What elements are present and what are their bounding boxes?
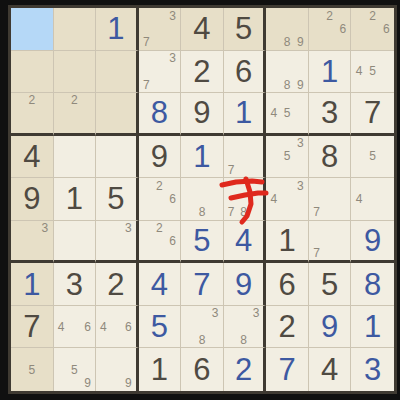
pencil-mark: 4 <box>267 107 280 120</box>
cell-r6c6[interactable]: 6 <box>266 263 309 306</box>
pencil-mark: 2 <box>68 94 81 107</box>
pencil-marks: 34 <box>267 179 307 219</box>
cell-r2c4[interactable]: 9 <box>181 93 224 136</box>
cell-r4c1[interactable]: 1 <box>54 178 97 221</box>
given-digit: 9 <box>151 141 168 172</box>
cell-r4c8[interactable]: 4 <box>351 178 394 221</box>
pencil-mark: 3 <box>166 52 179 65</box>
cell-r5c6[interactable]: 1 <box>266 221 309 264</box>
pencil-mark: 2 <box>366 9 380 22</box>
cell-r3c3[interactable]: 9 <box>139 136 182 179</box>
given-digit: 5 <box>107 183 124 214</box>
cell-r7c2[interactable]: 46 <box>96 306 139 349</box>
pencil-mark: 7 <box>140 78 153 91</box>
pencil-mark: 2 <box>153 179 166 192</box>
pencil-marks: 26 <box>310 9 350 49</box>
given-digit: 2 <box>107 269 124 300</box>
cell-r6c2[interactable]: 2 <box>96 263 139 306</box>
pencil-mark: 6 <box>81 320 94 333</box>
pencil-mark: 4 <box>352 192 366 205</box>
user-digit: 4 <box>235 225 252 256</box>
cell-r2c8[interactable]: 7 <box>351 93 394 136</box>
pencil-marks: 26 <box>352 9 393 49</box>
cell-r4c2[interactable]: 5 <box>96 178 139 221</box>
cell-r8c8[interactable]: 3 <box>351 348 394 391</box>
cell-r1c1[interactable] <box>54 51 97 94</box>
user-digit: 8 <box>364 269 381 300</box>
cell-r3c4[interactable]: 1 <box>181 136 224 179</box>
user-digit: 1 <box>364 311 381 342</box>
cell-r6c0[interactable]: 1 <box>11 263 54 306</box>
cell-r8c5[interactable]: 2 <box>224 348 267 391</box>
pencil-mark: 3 <box>294 137 307 150</box>
cell-r2c1[interactable]: 2 <box>54 93 97 136</box>
cell-r7c4[interactable]: 38 <box>181 306 224 349</box>
user-digit: 5 <box>193 225 210 256</box>
pencil-marks: 26 <box>140 179 180 219</box>
pencil-mark: 8 <box>281 35 294 48</box>
cell-r7c6[interactable]: 2 <box>266 306 309 349</box>
pencil-mark: 3 <box>166 9 179 22</box>
cell-r8c2[interactable]: 9 <box>96 348 139 391</box>
pencil-mark: 6 <box>166 234 179 247</box>
user-digit: 1 <box>321 56 338 87</box>
pencil-marks: 8 <box>182 179 222 219</box>
given-digit: 3 <box>321 97 338 128</box>
pencil-mark: 5 <box>281 107 294 120</box>
cell-r3c5[interactable]: 7 <box>224 136 267 179</box>
cell-r6c5[interactable]: 9 <box>224 263 267 306</box>
user-digit: 5 <box>151 311 168 342</box>
pencil-mark: 4 <box>97 320 110 333</box>
user-digit: 1 <box>193 141 210 172</box>
pencil-marks: 38 <box>182 307 222 347</box>
pencil-mark: 7 <box>225 163 238 176</box>
cell-r7c3[interactable]: 5 <box>139 306 182 349</box>
sudoku-board: 1374589262637268914522891453749173585915… <box>8 5 397 394</box>
pencil-mark: 8 <box>237 333 250 346</box>
pencil-mark: 8 <box>237 206 250 219</box>
pencil-marks: 59 <box>55 349 95 390</box>
pencil-mark: 9 <box>294 78 307 91</box>
pencil-marks: 3 <box>12 222 52 260</box>
cell-r7c1[interactable]: 46 <box>54 306 97 349</box>
cell-r6c4[interactable]: 7 <box>181 263 224 306</box>
cell-r4c5[interactable]: 78 <box>224 178 267 221</box>
cell-r3c1[interactable] <box>54 136 97 179</box>
cell-r0c0[interactable] <box>11 8 54 51</box>
pencil-marks: 2 <box>12 94 52 132</box>
cell-r8c0[interactable]: 5 <box>11 348 54 391</box>
cell-r0c1[interactable] <box>54 8 97 51</box>
cell-r3c0[interactable]: 4 <box>11 136 54 179</box>
given-digit: 1 <box>151 354 168 385</box>
pencil-marks: 5 <box>352 137 393 177</box>
cell-r3c2[interactable] <box>96 136 139 179</box>
pencil-mark: 7 <box>310 206 323 219</box>
pencil-marks: 3 <box>97 222 135 260</box>
user-digit: 9 <box>364 225 381 256</box>
given-digit: 4 <box>193 13 210 44</box>
given-digit: 6 <box>278 269 295 300</box>
cell-r2c0[interactable]: 2 <box>11 93 54 136</box>
pencil-mark: 3 <box>38 222 51 235</box>
cell-r5c5[interactable]: 4 <box>224 221 267 264</box>
user-digit: 9 <box>235 269 252 300</box>
pencil-marks: 7 <box>310 222 350 260</box>
pencil-mark: 8 <box>195 333 208 346</box>
given-digit: 1 <box>66 183 83 214</box>
given-digit: 1 <box>278 225 295 256</box>
cell-r4c4[interactable]: 8 <box>181 178 224 221</box>
given-digit: 4 <box>321 354 338 385</box>
cell-r4c6[interactable]: 34 <box>266 178 309 221</box>
cell-r8c6[interactable]: 7 <box>266 348 309 391</box>
cell-r2c3[interactable]: 8 <box>139 93 182 136</box>
pencil-marks: 38 <box>225 307 263 347</box>
pencil-marks: 89 <box>267 9 307 49</box>
cell-r0c3[interactable]: 37 <box>139 8 182 51</box>
user-digit: 1 <box>107 13 124 44</box>
pencil-marks: 37 <box>140 52 180 92</box>
cell-r7c0[interactable]: 7 <box>11 306 54 349</box>
cell-r3c8[interactable]: 5 <box>351 136 394 179</box>
pencil-marks: 2 <box>55 94 95 132</box>
cell-r7c8[interactable]: 1 <box>351 306 394 349</box>
pencil-mark: 6 <box>379 22 393 35</box>
cell-r1c0[interactable] <box>11 51 54 94</box>
pencil-marks: 89 <box>267 52 307 92</box>
given-digit: 9 <box>193 97 210 128</box>
pencil-mark: 9 <box>122 376 135 390</box>
pencil-mark: 9 <box>294 35 307 48</box>
cell-r6c7[interactable]: 5 <box>309 263 352 306</box>
given-digit: 5 <box>321 269 338 300</box>
given-digit: 7 <box>364 97 381 128</box>
pencil-marks: 37 <box>140 9 180 49</box>
cell-r6c8[interactable]: 8 <box>351 263 394 306</box>
pencil-marks: 26 <box>140 222 180 260</box>
pencil-mark: 3 <box>250 307 263 320</box>
cell-r8c4[interactable]: 6 <box>181 348 224 391</box>
pencil-mark: 5 <box>68 363 81 377</box>
cell-r5c7[interactable]: 7 <box>309 221 352 264</box>
cell-r2c6[interactable]: 45 <box>266 93 309 136</box>
cell-r1c7[interactable]: 1 <box>309 51 352 94</box>
cell-r2c2[interactable] <box>96 93 139 136</box>
given-digit: 9 <box>23 183 40 214</box>
pencil-mark: 2 <box>153 222 166 235</box>
pencil-marks: 7 <box>310 179 350 219</box>
pencil-marks: 35 <box>267 137 307 177</box>
cell-r0c8[interactable]: 26 <box>351 8 394 51</box>
pencil-marks: 45 <box>267 94 307 132</box>
cell-r0c2[interactable]: 1 <box>96 8 139 51</box>
cell-r5c4[interactable]: 5 <box>181 221 224 264</box>
pencil-mark: 8 <box>195 206 208 219</box>
pencil-mark: 7 <box>225 206 238 219</box>
pencil-marks: 5 <box>12 349 52 390</box>
cell-r5c0[interactable]: 3 <box>11 221 54 264</box>
cell-r4c7[interactable]: 7 <box>309 178 352 221</box>
pencil-marks: 4 <box>352 179 393 219</box>
cell-r3c7[interactable]: 8 <box>309 136 352 179</box>
pencil-mark: 7 <box>310 247 323 260</box>
pencil-mark: 5 <box>366 150 380 163</box>
pencil-mark: 9 <box>81 376 94 390</box>
pencil-mark: 7 <box>140 35 153 48</box>
user-digit: 4 <box>151 269 168 300</box>
cell-r2c5[interactable]: 1 <box>224 93 267 136</box>
pencil-mark: 5 <box>281 150 294 163</box>
cell-r7c5[interactable]: 38 <box>224 306 267 349</box>
cell-r7c7[interactable]: 9 <box>309 306 352 349</box>
cell-r5c3[interactable]: 26 <box>139 221 182 264</box>
pencil-mark: 4 <box>352 65 366 78</box>
pencil-marks: 46 <box>97 307 135 347</box>
given-digit: 6 <box>235 56 252 87</box>
given-digit: 5 <box>235 13 252 44</box>
pencil-mark: 2 <box>323 9 336 22</box>
pencil-mark: 8 <box>281 78 294 91</box>
cell-r4c3[interactable]: 26 <box>139 178 182 221</box>
pencil-mark: 6 <box>336 22 349 35</box>
cell-r1c6[interactable]: 89 <box>266 51 309 94</box>
given-digit: 4 <box>23 141 40 172</box>
pencil-mark: 2 <box>25 94 38 107</box>
pencil-mark: 3 <box>294 179 307 192</box>
cell-r6c3[interactable]: 4 <box>139 263 182 306</box>
given-digit: 7 <box>23 311 40 342</box>
pencil-marks: 9 <box>97 349 135 390</box>
cell-r0c6[interactable]: 89 <box>266 8 309 51</box>
cell-r4c0[interactable]: 9 <box>11 178 54 221</box>
pencil-marks: 7 <box>225 137 263 177</box>
user-digit: 7 <box>193 269 210 300</box>
cell-r0c5[interactable]: 5 <box>224 8 267 51</box>
user-digit: 3 <box>364 354 381 385</box>
given-digit: 2 <box>193 56 210 87</box>
cell-r1c8[interactable]: 45 <box>351 51 394 94</box>
cell-r1c4[interactable]: 2 <box>181 51 224 94</box>
pencil-mark: 5 <box>366 65 380 78</box>
given-digit: 2 <box>278 311 295 342</box>
cell-r3c6[interactable]: 35 <box>266 136 309 179</box>
user-digit: 1 <box>23 269 40 300</box>
user-digit: 9 <box>321 311 338 342</box>
given-digit: 8 <box>321 141 338 172</box>
user-digit: 1 <box>235 97 252 128</box>
user-digit: 2 <box>235 354 252 385</box>
pencil-mark: 3 <box>122 222 135 235</box>
pencil-mark: 6 <box>166 192 179 205</box>
user-digit: 8 <box>151 97 168 128</box>
cell-r1c5[interactable]: 6 <box>224 51 267 94</box>
cell-r2c7[interactable]: 3 <box>309 93 352 136</box>
pencil-marks: 46 <box>55 307 95 347</box>
cell-r1c3[interactable]: 37 <box>139 51 182 94</box>
pencil-mark: 5 <box>25 363 38 377</box>
cell-r8c3[interactable]: 1 <box>139 348 182 391</box>
pencil-marks: 78 <box>225 179 263 219</box>
cell-r1c2[interactable] <box>96 51 139 94</box>
cell-r5c1[interactable] <box>54 221 97 264</box>
given-digit: 3 <box>66 269 83 300</box>
user-digit: 7 <box>278 354 295 385</box>
cell-r6c1[interactable]: 3 <box>54 263 97 306</box>
cell-r0c7[interactable]: 26 <box>309 8 352 51</box>
pencil-mark: 6 <box>122 320 135 333</box>
pencil-mark: 4 <box>55 320 68 333</box>
cell-r0c4[interactable]: 4 <box>181 8 224 51</box>
given-digit: 6 <box>193 354 210 385</box>
pencil-marks: 45 <box>352 52 393 92</box>
cell-r5c8[interactable]: 9 <box>351 221 394 264</box>
cell-r8c1[interactable]: 59 <box>54 348 97 391</box>
pencil-mark: 3 <box>209 307 222 320</box>
cell-r5c2[interactable]: 3 <box>96 221 139 264</box>
cell-r8c7[interactable]: 4 <box>309 348 352 391</box>
pencil-mark: 4 <box>267 192 280 205</box>
